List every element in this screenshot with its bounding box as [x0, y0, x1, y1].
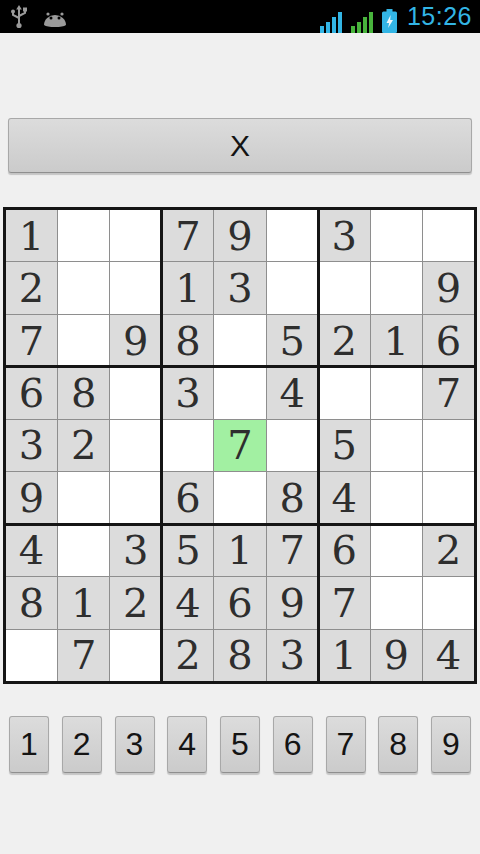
sudoku-cell[interactable]: [371, 262, 422, 313]
sudoku-cell[interactable]: 6: [214, 577, 265, 628]
numpad-button-9[interactable]: 9: [431, 716, 471, 773]
sudoku-cell[interactable]: [58, 262, 109, 313]
sudoku-cell[interactable]: [371, 525, 422, 576]
numpad-button-5[interactable]: 5: [220, 716, 260, 773]
sudoku-cell[interactable]: [267, 262, 318, 313]
signal-green-icon: [351, 11, 375, 33]
sudoku-cell[interactable]: 1: [58, 577, 109, 628]
sudoku-cell[interactable]: [58, 210, 109, 261]
status-time: 15:26: [407, 0, 472, 33]
usb-icon: [8, 5, 30, 29]
sudoku-cell[interactable]: [267, 420, 318, 471]
sudoku-cell[interactable]: [371, 210, 422, 261]
sudoku-cell[interactable]: [319, 367, 370, 418]
numpad-button-3[interactable]: 3: [115, 716, 155, 773]
sudoku-cell[interactable]: [58, 315, 109, 366]
sudoku-cell[interactable]: [319, 262, 370, 313]
sudoku-cell[interactable]: 5: [319, 420, 370, 471]
sudoku-cell[interactable]: 7: [58, 630, 109, 681]
sudoku-cell[interactable]: [371, 472, 422, 523]
numpad-button-1[interactable]: 1: [9, 716, 49, 773]
sudoku-cell[interactable]: [110, 210, 161, 261]
sudoku-cell[interactable]: 8: [267, 472, 318, 523]
sudoku-cell-selected[interactable]: 7: [214, 420, 265, 471]
sudoku-cell[interactable]: 3: [319, 210, 370, 261]
sudoku-cell[interactable]: [267, 210, 318, 261]
sudoku-cell[interactable]: 2: [319, 315, 370, 366]
sudoku-cell[interactable]: 8: [6, 577, 57, 628]
sudoku-cell[interactable]: 8: [58, 367, 109, 418]
sudoku-cell[interactable]: 7: [6, 315, 57, 366]
sudoku-cell[interactable]: 4: [162, 577, 213, 628]
sudoku-cell[interactable]: 4: [319, 472, 370, 523]
box-line: [6, 365, 474, 368]
sudoku-cell[interactable]: 4: [423, 630, 474, 681]
sudoku-cell[interactable]: [110, 472, 161, 523]
close-button[interactable]: X: [8, 118, 472, 173]
sudoku-cell[interactable]: [214, 472, 265, 523]
sudoku-cell[interactable]: 8: [214, 630, 265, 681]
sudoku-cell[interactable]: [110, 367, 161, 418]
sudoku-cell[interactable]: 6: [423, 315, 474, 366]
signal-blue-icon: [320, 11, 344, 33]
box-line: [6, 523, 474, 526]
sudoku-cell[interactable]: 5: [267, 315, 318, 366]
sudoku-cell[interactable]: 3: [162, 367, 213, 418]
sudoku-cell[interactable]: 1: [162, 262, 213, 313]
sudoku-cell[interactable]: [371, 577, 422, 628]
sudoku-cell[interactable]: 9: [371, 630, 422, 681]
sudoku-cell[interactable]: [423, 420, 474, 471]
sudoku-cell[interactable]: [6, 630, 57, 681]
sudoku-cell[interactable]: 2: [162, 630, 213, 681]
sudoku-cell[interactable]: 7: [162, 210, 213, 261]
sudoku-cell[interactable]: [214, 315, 265, 366]
number-pad: 123456789: [9, 716, 471, 773]
sudoku-cell[interactable]: 3: [214, 262, 265, 313]
status-bar: 15:26: [0, 0, 480, 33]
sudoku-board: 1793213979852166834732759684435176281246…: [3, 207, 477, 684]
sudoku-cell[interactable]: 7: [423, 367, 474, 418]
sudoku-cell[interactable]: [58, 525, 109, 576]
sudoku-cell[interactable]: 2: [423, 525, 474, 576]
sudoku-cell[interactable]: 3: [267, 630, 318, 681]
sudoku-cell[interactable]: 2: [110, 577, 161, 628]
sudoku-cell[interactable]: [110, 262, 161, 313]
sudoku-cell[interactable]: 9: [423, 262, 474, 313]
sudoku-cell[interactable]: [110, 420, 161, 471]
sudoku-cell[interactable]: [423, 210, 474, 261]
sudoku-cell[interactable]: [110, 630, 161, 681]
sudoku-cell[interactable]: 6: [6, 367, 57, 418]
sudoku-cell[interactable]: 5: [162, 525, 213, 576]
sudoku-cell[interactable]: 1: [319, 630, 370, 681]
sudoku-cell[interactable]: 4: [267, 367, 318, 418]
sudoku-cell[interactable]: [423, 472, 474, 523]
box-line: [160, 210, 163, 681]
sudoku-cell[interactable]: [371, 420, 422, 471]
sudoku-cell[interactable]: [162, 420, 213, 471]
sudoku-cell[interactable]: 2: [58, 420, 109, 471]
numpad-button-8[interactable]: 8: [378, 716, 418, 773]
sudoku-cell[interactable]: 9: [214, 210, 265, 261]
sudoku-cell[interactable]: 6: [162, 472, 213, 523]
sudoku-cell[interactable]: 8: [162, 315, 213, 366]
numpad-button-6[interactable]: 6: [273, 716, 313, 773]
sudoku-cell[interactable]: 6: [319, 525, 370, 576]
sudoku-cell[interactable]: 4: [6, 525, 57, 576]
android-bug-icon: [40, 5, 70, 29]
numpad-button-7[interactable]: 7: [326, 716, 366, 773]
sudoku-cell[interactable]: 1: [371, 315, 422, 366]
sudoku-cell[interactable]: 3: [6, 420, 57, 471]
sudoku-cell[interactable]: [423, 577, 474, 628]
sudoku-cell[interactable]: 1: [6, 210, 57, 261]
numpad-button-4[interactable]: 4: [167, 716, 207, 773]
box-line: [317, 210, 320, 681]
sudoku-cell[interactable]: 1: [214, 525, 265, 576]
sudoku-cell[interactable]: [58, 472, 109, 523]
sudoku-cell[interactable]: 2: [6, 262, 57, 313]
sudoku-cell[interactable]: 9: [6, 472, 57, 523]
sudoku-cell[interactable]: 7: [267, 525, 318, 576]
numpad-button-2[interactable]: 2: [62, 716, 102, 773]
sudoku-cell[interactable]: 7: [319, 577, 370, 628]
sudoku-cell[interactable]: 9: [267, 577, 318, 628]
sudoku-cell[interactable]: 9: [110, 315, 161, 366]
battery-charging-icon: [382, 9, 397, 33]
sudoku-cell[interactable]: 3: [110, 525, 161, 576]
sudoku-cell[interactable]: [214, 367, 265, 418]
sudoku-cell[interactable]: [371, 367, 422, 418]
